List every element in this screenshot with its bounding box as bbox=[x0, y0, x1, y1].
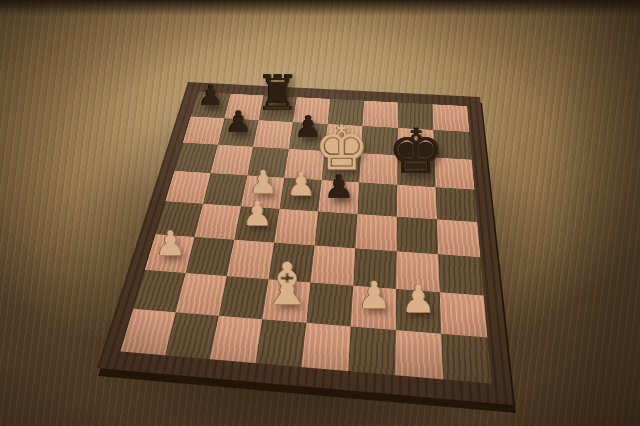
square-b6[interactable] bbox=[211, 145, 253, 176]
square-h2[interactable] bbox=[440, 292, 488, 337]
piece-black-king-g6[interactable]: ♚ bbox=[388, 121, 444, 183]
square-e1[interactable] bbox=[302, 323, 351, 371]
piece-white-pawn-a3[interactable]: ♟ bbox=[155, 226, 185, 260]
table-surface: ♟♜♟♟♚♚♟♟♟♟♟♝♟♟ bbox=[0, 0, 640, 426]
square-h3[interactable] bbox=[438, 254, 483, 295]
piece-white-pawn-f2[interactable]: ♟ bbox=[357, 277, 391, 314]
piece-white-bishop-d2[interactable]: ♝ bbox=[261, 254, 313, 312]
piece-black-pawn-a8[interactable]: ♟ bbox=[198, 82, 223, 110]
piece-white-pawn-c5[interactable]: ♟ bbox=[249, 166, 278, 198]
square-e2[interactable] bbox=[306, 282, 353, 326]
square-f1[interactable] bbox=[348, 326, 396, 375]
piece-black-pawn-e5[interactable]: ♟ bbox=[325, 171, 354, 204]
square-e4[interactable] bbox=[315, 211, 358, 248]
piece-white-pawn-c4[interactable]: ♟ bbox=[242, 197, 272, 230]
square-g4[interactable] bbox=[397, 217, 439, 255]
square-b5[interactable] bbox=[203, 173, 247, 206]
square-h5[interactable] bbox=[436, 187, 478, 222]
piece-black-pawn-b7[interactable]: ♟ bbox=[225, 109, 251, 138]
square-c7[interactable] bbox=[253, 120, 293, 149]
square-g5[interactable] bbox=[397, 185, 437, 220]
square-g1[interactable] bbox=[395, 330, 443, 379]
piece-white-pawn-d5[interactable]: ♟ bbox=[286, 168, 315, 200]
square-h4[interactable] bbox=[437, 219, 480, 257]
square-h1[interactable] bbox=[441, 334, 491, 384]
square-d1[interactable] bbox=[255, 319, 306, 367]
square-b4[interactable] bbox=[195, 204, 241, 240]
square-e3[interactable] bbox=[311, 245, 356, 285]
square-f4[interactable] bbox=[355, 214, 397, 251]
piece-white-pawn-g2[interactable]: ♟ bbox=[401, 281, 435, 319]
square-c1[interactable] bbox=[210, 316, 262, 363]
square-d4[interactable] bbox=[274, 209, 318, 246]
piece-black-rook-c8[interactable]: ♜ bbox=[256, 69, 300, 118]
